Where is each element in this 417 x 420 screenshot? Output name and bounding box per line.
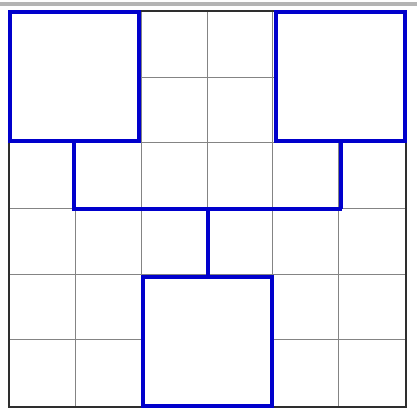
wall-segment[interactable] [206, 209, 210, 275]
wall-segment[interactable] [339, 143, 343, 209]
puzzle-screen [0, 0, 417, 420]
placed-square[interactable] [8, 10, 141, 143]
top-border-strip [0, 2, 417, 6]
placed-square[interactable] [141, 275, 274, 408]
wall-segment[interactable] [72, 143, 76, 209]
puzzle-board [8, 10, 407, 408]
placed-square[interactable] [274, 10, 407, 143]
board-overlay [8, 10, 407, 408]
